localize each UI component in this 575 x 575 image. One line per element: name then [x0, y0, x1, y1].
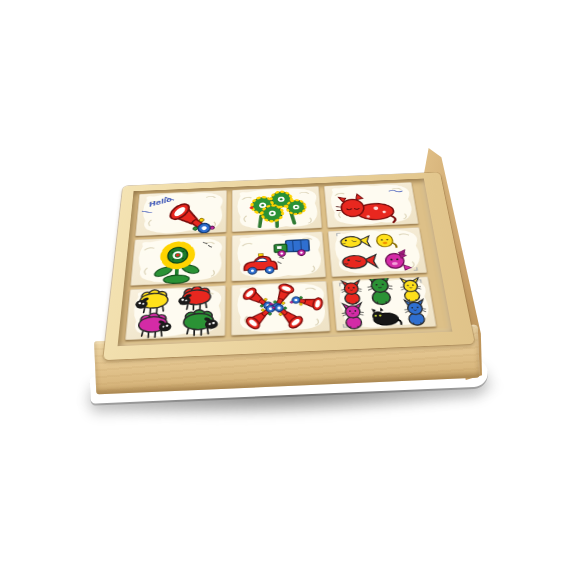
five-horns-icon [231, 281, 331, 336]
tile-sunflower[interactable] [130, 236, 226, 286]
four-sheep-icon [125, 285, 225, 340]
tile-flowering-trees[interactable] [231, 186, 322, 232]
tile-fish-and-seal-pups[interactable] [328, 227, 427, 277]
truck-and-car-icon [231, 231, 326, 281]
tile-truck-and-car[interactable] [231, 231, 326, 281]
flowering-trees-icon [231, 186, 322, 232]
sleeping-cat-icon [324, 182, 419, 228]
tiles-grid: Hello [125, 182, 437, 340]
tile-sleeping-red-cat[interactable] [324, 182, 419, 228]
tile-hello-horn[interactable]: Hello [135, 190, 226, 236]
tile-five-horns[interactable] [231, 281, 331, 336]
product-photo-stage: Hello [0, 0, 575, 575]
sunflower-icon [130, 236, 226, 286]
tile-six-kittens[interactable] [332, 276, 436, 330]
hello-horn-icon: Hello [135, 190, 226, 236]
six-kittens-icon [332, 276, 436, 330]
box-top-rim: Hello [103, 172, 475, 360]
fish-seal-pups-icon [328, 227, 427, 277]
tile-four-sheep[interactable] [125, 285, 225, 340]
box-well: Hello [118, 179, 453, 347]
